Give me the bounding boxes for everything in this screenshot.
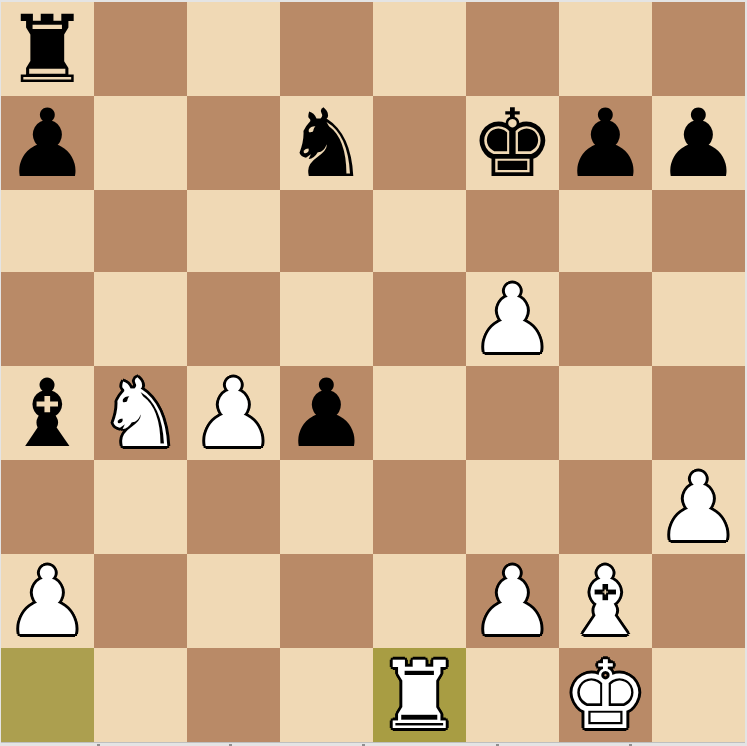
- square-e1[interactable]: ♜: [373, 648, 466, 742]
- square-e6[interactable]: [373, 190, 466, 272]
- square-a2[interactable]: ♟: [1, 554, 94, 648]
- white-knight[interactable]: ♞: [98, 367, 182, 461]
- square-c8[interactable]: [187, 2, 280, 96]
- square-e8[interactable]: [373, 2, 466, 96]
- black-rook[interactable]: ♜: [5, 3, 89, 97]
- square-e3[interactable]: [373, 460, 466, 554]
- black-pawn[interactable]: ♟: [563, 97, 647, 191]
- square-a1[interactable]: [1, 648, 94, 742]
- square-d7[interactable]: ♞: [280, 96, 373, 190]
- square-d6[interactable]: [280, 190, 373, 272]
- square-f5[interactable]: ♟: [466, 272, 559, 366]
- square-d3[interactable]: [280, 460, 373, 554]
- white-rook[interactable]: ♜: [377, 649, 461, 743]
- square-g2[interactable]: ♝: [559, 554, 652, 648]
- black-pawn[interactable]: ♟: [5, 97, 89, 191]
- black-pawn[interactable]: ♟: [284, 367, 368, 461]
- square-g1[interactable]: ♚: [559, 648, 652, 742]
- square-a7[interactable]: ♟: [1, 96, 94, 190]
- square-b6[interactable]: [94, 190, 187, 272]
- square-d2[interactable]: [280, 554, 373, 648]
- square-e5[interactable]: [373, 272, 466, 366]
- white-bishop[interactable]: ♝: [563, 555, 647, 649]
- square-h6[interactable]: [652, 190, 745, 272]
- square-f7[interactable]: ♚: [466, 96, 559, 190]
- square-c1[interactable]: [187, 648, 280, 742]
- white-pawn[interactable]: ♟: [470, 555, 554, 649]
- square-e4[interactable]: [373, 366, 466, 460]
- black-knight[interactable]: ♞: [284, 97, 368, 191]
- square-e7[interactable]: [373, 96, 466, 190]
- page: ♜♟♞♚♟♟♟♝♞♟♟♟♟♟♝♜♚: [0, 0, 747, 746]
- square-g4[interactable]: [559, 366, 652, 460]
- black-pawn[interactable]: ♟: [656, 97, 740, 191]
- square-b2[interactable]: [94, 554, 187, 648]
- square-g7[interactable]: ♟: [559, 96, 652, 190]
- square-h4[interactable]: [652, 366, 745, 460]
- square-a6[interactable]: [1, 190, 94, 272]
- square-f3[interactable]: [466, 460, 559, 554]
- white-pawn[interactable]: ♟: [191, 367, 275, 461]
- square-b8[interactable]: [94, 2, 187, 96]
- square-d8[interactable]: [280, 2, 373, 96]
- square-a4[interactable]: ♝: [1, 366, 94, 460]
- square-f4[interactable]: [466, 366, 559, 460]
- square-c3[interactable]: [187, 460, 280, 554]
- square-b7[interactable]: [94, 96, 187, 190]
- square-h1[interactable]: [652, 648, 745, 742]
- square-f6[interactable]: [466, 190, 559, 272]
- square-d4[interactable]: ♟: [280, 366, 373, 460]
- square-a5[interactable]: [1, 272, 94, 366]
- square-d1[interactable]: [280, 648, 373, 742]
- square-e2[interactable]: [373, 554, 466, 648]
- white-king[interactable]: ♚: [563, 649, 647, 743]
- square-f2[interactable]: ♟: [466, 554, 559, 648]
- square-f8[interactable]: [466, 2, 559, 96]
- square-h8[interactable]: [652, 2, 745, 96]
- white-pawn[interactable]: ♟: [656, 461, 740, 555]
- square-b4[interactable]: ♞: [94, 366, 187, 460]
- chess-board: ♜♟♞♚♟♟♟♝♞♟♟♟♟♟♝♜♚: [1, 2, 745, 742]
- square-h3[interactable]: ♟: [652, 460, 745, 554]
- square-g6[interactable]: [559, 190, 652, 272]
- square-c7[interactable]: [187, 96, 280, 190]
- square-b3[interactable]: [94, 460, 187, 554]
- square-c4[interactable]: ♟: [187, 366, 280, 460]
- white-pawn[interactable]: ♟: [5, 555, 89, 649]
- black-bishop[interactable]: ♝: [5, 367, 89, 461]
- square-a8[interactable]: ♜: [1, 2, 94, 96]
- square-a3[interactable]: [1, 460, 94, 554]
- square-g5[interactable]: [559, 272, 652, 366]
- square-f1[interactable]: [466, 648, 559, 742]
- square-g3[interactable]: [559, 460, 652, 554]
- square-c5[interactable]: [187, 272, 280, 366]
- white-pawn[interactable]: ♟: [470, 273, 554, 367]
- square-d5[interactable]: [280, 272, 373, 366]
- square-c2[interactable]: [187, 554, 280, 648]
- square-b5[interactable]: [94, 272, 187, 366]
- square-c6[interactable]: [187, 190, 280, 272]
- black-king[interactable]: ♚: [470, 97, 554, 191]
- square-b1[interactable]: [94, 648, 187, 742]
- square-h2[interactable]: [652, 554, 745, 648]
- square-h5[interactable]: [652, 272, 745, 366]
- square-h7[interactable]: ♟: [652, 96, 745, 190]
- square-g8[interactable]: [559, 2, 652, 96]
